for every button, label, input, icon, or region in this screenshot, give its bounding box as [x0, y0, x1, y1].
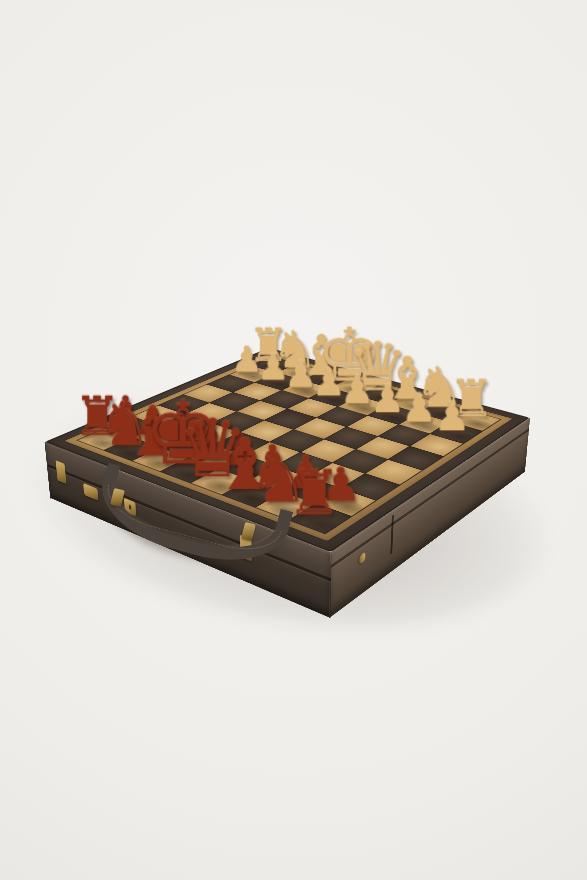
brass-keeper-left [55, 460, 66, 484]
brass-drawer-pull [359, 551, 365, 565]
piece-red-pawn-h7: ♟ [80, 393, 170, 430]
case-3d-stage: ♜♞♝♚♛♝♞♜♟♟♟♟♟♟♟♟♟♟♟♟♟♟♟♟♜♞♝♚♛♝♞♜ [0, 0, 587, 880]
pawn-glyph: ♟ [80, 393, 170, 430]
drawer-gap [390, 515, 394, 555]
photo-scene: ♜♞♝♚♛♝♞♜♟♟♟♟♟♟♟♟♟♟♟♟♟♟♟♟♜♞♝♚♛♝♞♜ [0, 0, 587, 880]
